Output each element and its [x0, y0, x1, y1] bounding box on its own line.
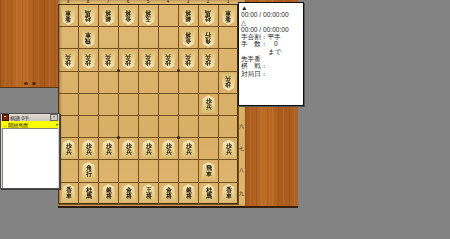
star-point — [177, 69, 180, 72]
current-move-marker-icon: → — [2, 122, 7, 128]
file-label: 2 — [198, 0, 218, 4]
shogi-piece[interactable]: 歩兵 — [221, 140, 236, 158]
shogi-piece[interactable]: 歩兵 — [181, 51, 196, 69]
shogi-piece[interactable]: 金将 — [181, 29, 196, 47]
shogi-piece[interactable]: 歩兵 — [141, 51, 156, 69]
board-cell[interactable] — [219, 94, 239, 116]
board-cell[interactable] — [219, 160, 239, 182]
board-cell[interactable]: 歩兵 — [59, 49, 79, 71]
shogi-piece[interactable]: 角行 — [81, 162, 96, 180]
board-cell[interactable] — [139, 72, 159, 94]
board-cell[interactable] — [139, 116, 159, 138]
shogi-piece[interactable]: 歩兵 — [61, 140, 76, 158]
board-cell[interactable]: 歩兵 — [99, 49, 119, 71]
board-cell[interactable]: 歩兵 — [119, 49, 139, 71]
star-point — [117, 69, 120, 72]
board-cell[interactable] — [139, 94, 159, 116]
board-cell[interactable] — [119, 72, 139, 94]
shogi-piece[interactable]: 香車 — [221, 7, 236, 25]
board-cell[interactable]: 歩兵 — [59, 138, 79, 160]
rank-label: 七 — [238, 137, 245, 159]
rank-label: 六 — [238, 115, 245, 137]
shogi-piece[interactable]: 歩兵 — [141, 140, 156, 158]
board-cell[interactable] — [119, 160, 139, 182]
game-info-panel: ▲ 00:00 / 00:00:00 △ 00:00 / 00:00:00 手合… — [238, 2, 304, 106]
shogi-piece[interactable]: 歩兵 — [101, 51, 116, 69]
game-date-label: 対局日： — [241, 70, 303, 77]
board-cell[interactable] — [119, 94, 139, 116]
board-cell[interactable]: 歩兵 — [219, 138, 239, 160]
board-cell[interactable]: 歩兵 — [179, 49, 199, 71]
shogi-piece[interactable]: 角行 — [201, 29, 216, 47]
board-cell[interactable]: 桂馬 — [79, 5, 99, 27]
file-label: 4 — [158, 0, 178, 4]
shogi-piece[interactable]: 歩兵 — [101, 140, 116, 158]
board-cell[interactable]: 香車 — [59, 5, 79, 27]
shogi-piece[interactable]: 王将 — [141, 184, 156, 202]
board-cell[interactable] — [99, 94, 119, 116]
wood-knot — [24, 82, 28, 85]
board-cell[interactable] — [159, 160, 179, 182]
board-cell[interactable] — [199, 138, 219, 160]
rank-label: 八 — [238, 159, 245, 181]
komadai-gote — [0, 0, 58, 88]
board-cell[interactable] — [219, 49, 239, 71]
board-cell[interactable]: 金将 — [119, 183, 139, 205]
board-cell[interactable]: 金将 — [159, 183, 179, 205]
board-cell[interactable] — [199, 116, 219, 138]
file-label: 5 — [138, 0, 158, 4]
board-cell[interactable]: 歩兵 — [139, 49, 159, 71]
board-cell[interactable] — [59, 27, 79, 49]
shogi-piece[interactable]: 香車 — [61, 184, 76, 202]
chevron-down-icon: ▾ — [56, 122, 58, 127]
sente-clock: 00:00 / 00:00:00 — [241, 11, 303, 18]
shogi-piece[interactable]: 飛車 — [81, 29, 96, 47]
board-cell[interactable] — [99, 72, 119, 94]
file-label: 9 — [58, 0, 78, 4]
board-cell[interactable]: 銀将 — [99, 5, 119, 27]
board-cell[interactable]: 香車 — [219, 183, 239, 205]
shogi-piece[interactable]: 歩兵 — [61, 51, 76, 69]
board-cell[interactable]: 歩兵 — [159, 49, 179, 71]
shogi-piece[interactable]: 銀将 — [181, 7, 196, 25]
shogi-piece[interactable]: 金将 — [121, 7, 136, 25]
shogi-piece[interactable]: 桂馬 — [81, 184, 96, 202]
board-cell[interactable]: 王将 — [139, 183, 159, 205]
board-cell[interactable]: 銀将 — [179, 5, 199, 27]
shogi-piece[interactable]: 銀将 — [101, 184, 116, 202]
move-count-text: 手 数： 0 — [241, 40, 303, 47]
gote-marker-icon: △ — [241, 19, 303, 26]
board-cell[interactable] — [119, 116, 139, 138]
board-cell[interactable]: 歩兵 — [79, 49, 99, 71]
handicap-text: 手合割：平手 — [241, 33, 303, 40]
board-cell[interactable] — [99, 27, 119, 49]
kifu-window-icon — [2, 114, 9, 121]
board-cell[interactable]: 歩兵 — [179, 138, 199, 160]
shogi-piece[interactable]: 歩兵 — [201, 95, 216, 113]
board-cell[interactable] — [179, 116, 199, 138]
kifu-selected-row[interactable]: → 開始局面 ▾ — [1, 121, 59, 128]
board-cell[interactable] — [159, 116, 179, 138]
board-cell[interactable] — [179, 160, 199, 182]
board-cell[interactable]: 歩兵 — [199, 49, 219, 71]
board-cell[interactable] — [159, 72, 179, 94]
board-cell[interactable]: 香車 — [219, 5, 239, 27]
gote-clock: 00:00 / 00:00:00 — [241, 26, 303, 33]
rank-label: 九 — [238, 182, 245, 204]
board-cell[interactable] — [219, 27, 239, 49]
shogi-piece[interactable]: 歩兵 — [221, 73, 236, 91]
board-cell[interactable] — [159, 27, 179, 49]
board-cell[interactable] — [59, 94, 79, 116]
board-cell[interactable]: 歩兵 — [99, 138, 119, 160]
board-cell[interactable] — [79, 72, 99, 94]
file-label: 8 — [78, 0, 98, 4]
board-cell[interactable]: 飛車 — [199, 160, 219, 182]
board-cell[interactable]: 歩兵 — [79, 138, 99, 160]
star-point — [117, 136, 120, 139]
shogi-piece[interactable]: 桂馬 — [81, 7, 96, 25]
sente-marker-icon: ▲ — [241, 4, 303, 11]
board-cell[interactable] — [59, 116, 79, 138]
board-cell[interactable] — [119, 27, 139, 49]
star-point — [177, 136, 180, 139]
board-cell[interactable] — [179, 94, 199, 116]
board-cell[interactable] — [99, 116, 119, 138]
board-cell[interactable]: 角行 — [199, 27, 219, 49]
shogi-piece[interactable]: 玉将 — [141, 7, 156, 25]
board-cell[interactable] — [59, 72, 79, 94]
file-label: 3 — [178, 0, 198, 4]
board-cell[interactable]: 角行 — [79, 160, 99, 182]
board-cell[interactable] — [199, 72, 219, 94]
board-cell[interactable] — [99, 160, 119, 182]
shogi-piece[interactable]: 歩兵 — [181, 140, 196, 158]
shogi-piece[interactable]: 銀将 — [101, 7, 116, 25]
board-cell[interactable]: 歩兵 — [139, 138, 159, 160]
board-cell[interactable]: 飛車 — [79, 27, 99, 49]
tournament-label: 棋 戦： — [241, 62, 303, 69]
shogi-piece[interactable]: 金将 — [161, 184, 176, 202]
board-cell[interactable]: 金将 — [119, 5, 139, 27]
file-label: 7 — [98, 0, 118, 4]
board-cell[interactable] — [179, 72, 199, 94]
kifu-selected-label: 開始局面 — [8, 122, 56, 128]
kifu-window: 棋譜 0手 × → 開始局面 ▾ — [0, 113, 60, 189]
board-cell[interactable]: 香車 — [59, 183, 79, 205]
desktop: 香車桂馬銀将金将玉将銀将桂馬香車飛車金将角行歩兵歩兵歩兵歩兵歩兵歩兵歩兵歩兵歩兵… — [0, 0, 450, 239]
shogi-piece[interactable]: 香車 — [221, 184, 236, 202]
shogi-piece[interactable]: 歩兵 — [201, 51, 216, 69]
board-cell[interactable] — [59, 160, 79, 182]
board-cell[interactable] — [79, 94, 99, 116]
board-cell[interactable]: 歩兵 — [159, 138, 179, 160]
turn-indicator: 先手番 — [241, 55, 303, 62]
made-label: まで — [241, 48, 303, 55]
shogi-piece[interactable]: 歩兵 — [161, 140, 176, 158]
board-cell[interactable]: 桂馬 — [79, 183, 99, 205]
shogi-piece[interactable]: 桂馬 — [201, 7, 216, 25]
board-cell[interactable]: 銀将 — [179, 183, 199, 205]
shogi-piece[interactable]: 歩兵 — [81, 51, 96, 69]
board-cell[interactable]: 金将 — [179, 27, 199, 49]
shogi-piece[interactable]: 金将 — [121, 184, 136, 202]
board-cell[interactable]: 歩兵 — [119, 138, 139, 160]
board-cell[interactable] — [159, 5, 179, 27]
shogi-piece[interactable]: 香車 — [61, 7, 76, 25]
file-label: 1 — [218, 0, 238, 4]
board-cell[interactable]: 歩兵 — [219, 72, 239, 94]
board-cell[interactable] — [139, 27, 159, 49]
board-cell[interactable] — [159, 94, 179, 116]
shogi-piece[interactable]: 歩兵 — [81, 140, 96, 158]
shogi-piece[interactable]: 歩兵 — [161, 51, 176, 69]
board-cell[interactable]: 桂馬 — [199, 5, 219, 27]
kifu-move-list[interactable] — [2, 128, 58, 188]
shogi-piece[interactable]: 歩兵 — [121, 51, 136, 69]
shogi-piece[interactable]: 飛車 — [201, 162, 216, 180]
shogi-piece[interactable]: 銀将 — [181, 184, 196, 202]
wood-knot — [32, 82, 36, 85]
kifu-window-title: 棋譜 0手 — [10, 115, 50, 121]
shogi-board: 香車桂馬銀将金将玉将銀将桂馬香車飛車金将角行歩兵歩兵歩兵歩兵歩兵歩兵歩兵歩兵歩兵… — [58, 0, 245, 208]
board-cell[interactable] — [139, 160, 159, 182]
board-grid: 香車桂馬銀将金将玉将銀将桂馬香車飛車金将角行歩兵歩兵歩兵歩兵歩兵歩兵歩兵歩兵歩兵… — [58, 4, 238, 204]
board-cell[interactable]: 玉将 — [139, 5, 159, 27]
board-cell[interactable]: 歩兵 — [199, 94, 219, 116]
shogi-piece[interactable]: 桂馬 — [201, 184, 216, 202]
board-cell[interactable] — [79, 116, 99, 138]
file-label: 6 — [118, 0, 138, 4]
close-icon[interactable]: × — [50, 114, 58, 121]
board-cell[interactable]: 銀将 — [99, 183, 119, 205]
file-labels: 987654321 — [58, 0, 238, 4]
shogi-piece[interactable]: 歩兵 — [121, 140, 136, 158]
kifu-titlebar[interactable]: 棋譜 0手 × — [1, 114, 59, 121]
board-cell[interactable] — [219, 116, 239, 138]
board-cell[interactable]: 桂馬 — [199, 183, 219, 205]
